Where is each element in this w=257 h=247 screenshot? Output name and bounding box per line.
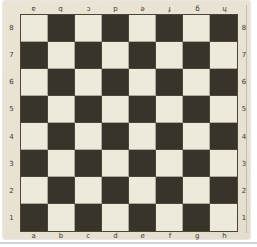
file-label-bottom-d: d	[102, 232, 129, 239]
square-c7[interactable]	[75, 42, 102, 69]
square-e2[interactable]	[129, 177, 156, 204]
square-c8[interactable]	[75, 15, 102, 42]
file-label-top-h: h	[211, 2, 238, 13]
square-h6[interactable]	[210, 69, 237, 96]
file-labels-top: abcdefgh	[20, 2, 238, 13]
file-label-top-e: e	[129, 2, 156, 13]
square-g6[interactable]	[183, 69, 210, 96]
square-d1[interactable]	[102, 204, 129, 231]
square-g1[interactable]	[183, 204, 210, 231]
square-e5[interactable]	[129, 96, 156, 123]
file-label-bottom-f: f	[156, 232, 183, 239]
square-f6[interactable]	[156, 69, 183, 96]
rank-label-right-8: 8	[238, 14, 250, 41]
rank-label-right-3: 3	[238, 150, 250, 177]
square-a6[interactable]	[21, 69, 48, 96]
photo-shadow-line	[0, 242, 257, 244]
square-b3[interactable]	[48, 150, 75, 177]
square-d3[interactable]	[102, 150, 129, 177]
chess-board: abcdefgh 87654321 87654321 abcdefgh	[3, 1, 250, 239]
square-a1[interactable]	[21, 204, 48, 231]
square-a3[interactable]	[21, 150, 48, 177]
file-label-bottom-g: g	[184, 232, 211, 239]
file-label-bottom-b: b	[47, 232, 74, 239]
square-f3[interactable]	[156, 150, 183, 177]
square-a5[interactable]	[21, 96, 48, 123]
square-b7[interactable]	[48, 42, 75, 69]
square-h4[interactable]	[210, 123, 237, 150]
square-f5[interactable]	[156, 96, 183, 123]
square-g4[interactable]	[183, 123, 210, 150]
square-a8[interactable]	[21, 15, 48, 42]
rank-label-left-1: 1	[3, 205, 20, 232]
square-b2[interactable]	[48, 177, 75, 204]
file-label-top-g: g	[184, 2, 211, 13]
square-f2[interactable]	[156, 177, 183, 204]
square-g3[interactable]	[183, 150, 210, 177]
square-b8[interactable]	[48, 15, 75, 42]
square-b6[interactable]	[48, 69, 75, 96]
square-d4[interactable]	[102, 123, 129, 150]
square-d7[interactable]	[102, 42, 129, 69]
file-label-bottom-c: c	[75, 232, 102, 239]
square-h8[interactable]	[210, 15, 237, 42]
square-c4[interactable]	[75, 123, 102, 150]
square-g5[interactable]	[183, 96, 210, 123]
file-label-top-d: d	[102, 2, 129, 13]
rank-label-left-2: 2	[3, 178, 20, 205]
square-c6[interactable]	[75, 69, 102, 96]
square-h1[interactable]	[210, 204, 237, 231]
square-d2[interactable]	[102, 177, 129, 204]
file-labels-bottom: abcdefgh	[20, 232, 238, 239]
rank-label-right-6: 6	[238, 69, 250, 96]
rank-label-right-1: 1	[238, 205, 250, 232]
square-a2[interactable]	[21, 177, 48, 204]
square-b1[interactable]	[48, 204, 75, 231]
square-g8[interactable]	[183, 15, 210, 42]
file-label-top-c: c	[75, 2, 102, 13]
square-f7[interactable]	[156, 42, 183, 69]
square-h2[interactable]	[210, 177, 237, 204]
vinyl-crease-line	[246, 5, 247, 233]
square-d6[interactable]	[102, 69, 129, 96]
square-e4[interactable]	[129, 123, 156, 150]
rank-labels-left: 87654321	[3, 14, 20, 232]
square-h7[interactable]	[210, 42, 237, 69]
square-h5[interactable]	[210, 96, 237, 123]
file-label-bottom-h: h	[211, 232, 238, 239]
rank-label-left-5: 5	[3, 96, 20, 123]
rank-label-right-7: 7	[238, 41, 250, 68]
square-c5[interactable]	[75, 96, 102, 123]
file-label-top-a: a	[20, 2, 47, 13]
square-c1[interactable]	[75, 204, 102, 231]
board-grid	[20, 14, 238, 232]
square-b5[interactable]	[48, 96, 75, 123]
square-e3[interactable]	[129, 150, 156, 177]
file-label-bottom-a: a	[20, 232, 47, 239]
square-e6[interactable]	[129, 69, 156, 96]
file-label-bottom-e: e	[129, 232, 156, 239]
square-e8[interactable]	[129, 15, 156, 42]
square-a4[interactable]	[21, 123, 48, 150]
rank-label-right-4: 4	[238, 123, 250, 150]
rank-labels-right: 87654321	[238, 14, 250, 232]
rank-label-left-6: 6	[3, 69, 20, 96]
square-g2[interactable]	[183, 177, 210, 204]
square-c2[interactable]	[75, 177, 102, 204]
square-h3[interactable]	[210, 150, 237, 177]
rank-label-left-8: 8	[3, 14, 20, 41]
rank-label-right-5: 5	[238, 96, 250, 123]
square-d8[interactable]	[102, 15, 129, 42]
rank-label-left-3: 3	[3, 150, 20, 177]
square-c3[interactable]	[75, 150, 102, 177]
rank-label-right-2: 2	[238, 178, 250, 205]
rank-label-left-4: 4	[3, 123, 20, 150]
square-a7[interactable]	[21, 42, 48, 69]
file-label-top-f: f	[156, 2, 183, 13]
square-g7[interactable]	[183, 42, 210, 69]
square-e7[interactable]	[129, 42, 156, 69]
square-f1[interactable]	[156, 204, 183, 231]
square-b4[interactable]	[48, 123, 75, 150]
file-label-top-b: b	[47, 2, 74, 13]
rank-label-left-7: 7	[3, 41, 20, 68]
square-d5[interactable]	[102, 96, 129, 123]
square-f8[interactable]	[156, 15, 183, 42]
square-f4[interactable]	[156, 123, 183, 150]
square-e1[interactable]	[129, 204, 156, 231]
